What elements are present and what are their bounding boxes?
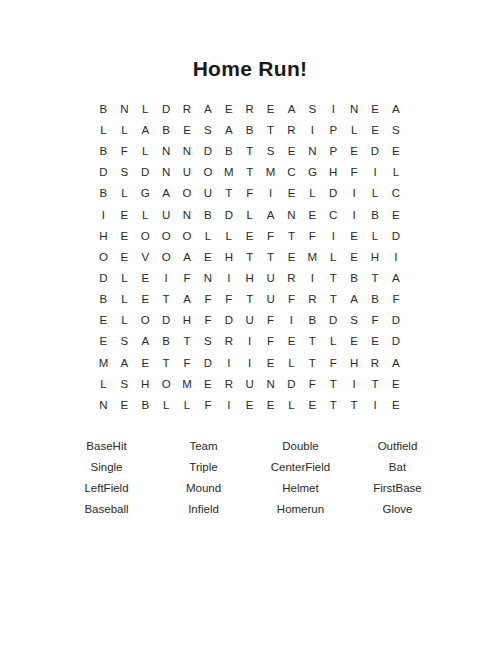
grid-cell-r14c1[interactable]: L (93, 374, 114, 395)
grid-cell-r7c6[interactable]: L (197, 226, 218, 247)
grid-cell-r9c11[interactable]: I (302, 268, 323, 289)
grid-cell-r11c9[interactable]: F (260, 310, 281, 331)
grid-cell-r3c6[interactable]: D (197, 141, 218, 162)
grid-cell-r14c13[interactable]: I (344, 374, 365, 395)
grid-cell-r4c9[interactable]: M (260, 162, 281, 183)
grid-cell-r2c15[interactable]: S (385, 120, 406, 141)
grid-cell-r7c15[interactable]: D (385, 226, 406, 247)
grid-cell-r9c5[interactable]: F (177, 268, 198, 289)
grid-cell-r2c9[interactable]: T (260, 120, 281, 141)
grid-cell-r9c14[interactable]: T (365, 268, 386, 289)
grid-cell-r9c7[interactable]: I (218, 268, 239, 289)
grid-cell-r4c11[interactable]: G (302, 162, 323, 183)
grid-cell-r15c1[interactable]: N (93, 395, 114, 416)
grid-cell-r10c6[interactable]: F (197, 289, 218, 310)
grid-cell-r2c8[interactable]: B (239, 120, 260, 141)
word-list: BaseHitTeamDoubleOutfieldSingleTripleCen… (58, 436, 446, 520)
grid-cell-r9c4[interactable]: I (156, 268, 177, 289)
grid-cell-r9c1[interactable]: D (93, 268, 114, 289)
grid-cell-r4c10[interactable]: C (281, 162, 302, 183)
grid-cell-r1c11[interactable]: S (302, 99, 323, 120)
grid-cell-r14c5[interactable]: M (177, 374, 198, 395)
grid-cell-r7c9[interactable]: F (260, 226, 281, 247)
grid-cell-r8c13[interactable]: E (344, 247, 365, 268)
word-list-item-single: Single (58, 457, 155, 478)
grid-cell-r8c6[interactable]: E (197, 247, 218, 268)
grid-cell-r15c11[interactable]: E (302, 395, 323, 416)
grid-cell-r4c8[interactable]: T (239, 162, 260, 183)
grid-cell-r5c14[interactable]: L (365, 184, 386, 205)
word-list-item-bat: Bat (349, 457, 446, 478)
grid-cell-r4c12[interactable]: H (323, 162, 344, 183)
word-list-item-basehit: BaseHit (58, 436, 155, 457)
grid-cell-r3c4[interactable]: N (156, 141, 177, 162)
grid-cell-r14c14[interactable]: T (365, 374, 386, 395)
grid-cell-r1c6[interactable]: A (197, 99, 218, 120)
grid-cell-r14c10[interactable]: D (281, 374, 302, 395)
grid-cell-r6c10[interactable]: N (281, 205, 302, 226)
grid-cell-r8c1[interactable]: O (93, 247, 114, 268)
grid-cell-r10c7[interactable]: F (218, 289, 239, 310)
grid-cell-r5c5[interactable]: O (177, 184, 198, 205)
grid-cell-r14c9[interactable]: N (260, 374, 281, 395)
grid-cell-r1c8[interactable]: R (239, 99, 260, 120)
grid-cell-r11c4[interactable]: D (156, 310, 177, 331)
grid-cell-r2c6[interactable]: S (197, 120, 218, 141)
grid-cell-r14c6[interactable]: E (197, 374, 218, 395)
grid-cell-r10c3[interactable]: E (135, 289, 156, 310)
grid-cell-r6c8[interactable]: L (239, 205, 260, 226)
grid-cell-r13c1[interactable]: M (93, 353, 114, 374)
grid-cell-r8c9[interactable]: T (260, 247, 281, 268)
grid-cell-r4c7[interactable]: M (218, 162, 239, 183)
grid-cell-r15c10[interactable]: L (281, 395, 302, 416)
grid-cell-r6c6[interactable]: B (197, 205, 218, 226)
grid-cell-r9c9[interactable]: U (260, 268, 281, 289)
grid-cell-r1c14[interactable]: E (365, 99, 386, 120)
grid-cell-r14c11[interactable]: F (302, 374, 323, 395)
grid-cell-r1c5[interactable]: R (177, 99, 198, 120)
grid-cell-r3c15[interactable]: E (385, 141, 406, 162)
grid-cell-r9c2[interactable]: L (114, 268, 135, 289)
grid-cell-r1c1[interactable]: B (93, 99, 114, 120)
grid-cell-r14c2[interactable]: S (114, 374, 135, 395)
grid-cell-r12c10[interactable]: E (281, 332, 302, 353)
grid-cell-r2c1[interactable]: L (93, 120, 114, 141)
grid-cell-r6c7[interactable]: D (218, 205, 239, 226)
grid-cell-r11c15[interactable]: D (385, 310, 406, 331)
grid-cell-r5c10[interactable]: E (281, 184, 302, 205)
grid-cell-r14c4[interactable]: O (156, 374, 177, 395)
grid-cell-r3c1[interactable]: B (93, 141, 114, 162)
grid-cell-r9c15[interactable]: A (385, 268, 406, 289)
grid-cell-r13c9[interactable]: E (260, 353, 281, 374)
grid-cell-r12c12[interactable]: L (323, 332, 344, 353)
grid-cell-r7c7[interactable]: L (218, 226, 239, 247)
grid-cell-r9c12[interactable]: T (323, 268, 344, 289)
grid-cell-r13c5[interactable]: F (177, 353, 198, 374)
grid-cell-r11c5[interactable]: H (177, 310, 198, 331)
grid-cell-r11c11[interactable]: B (302, 310, 323, 331)
grid-cell-r9c8[interactable]: H (239, 268, 260, 289)
grid-cell-r2c14[interactable]: E (365, 120, 386, 141)
grid-cell-r5c3[interactable]: G (135, 184, 156, 205)
grid-cell-r10c12[interactable]: T (323, 289, 344, 310)
grid-cell-r10c9[interactable]: U (260, 289, 281, 310)
grid-cell-r13c15[interactable]: A (385, 353, 406, 374)
grid-cell-r3c8[interactable]: T (239, 141, 260, 162)
grid-cell-r4c1[interactable]: D (93, 162, 114, 183)
grid-cell-r4c14[interactable]: I (365, 162, 386, 183)
grid-cell-r15c4[interactable]: L (156, 395, 177, 416)
grid-cell-r5c9[interactable]: I (260, 184, 281, 205)
grid-cell-r12c9[interactable]: F (260, 332, 281, 353)
grid-cell-r15c15[interactable]: E (385, 395, 406, 416)
grid-cell-r13c4[interactable]: T (156, 353, 177, 374)
grid-cell-r4c2[interactable]: S (114, 162, 135, 183)
grid-cell-r2c5[interactable]: E (177, 120, 198, 141)
grid-cell-r13c8[interactable]: I (239, 353, 260, 374)
grid-cell-r3c10[interactable]: E (281, 141, 302, 162)
grid-cell-r7c14[interactable]: L (365, 226, 386, 247)
grid-cell-r12c14[interactable]: E (365, 332, 386, 353)
grid-cell-r4c6[interactable]: O (197, 162, 218, 183)
grid-cell-r11c1[interactable]: E (93, 310, 114, 331)
grid-cell-r5c6[interactable]: U (197, 184, 218, 205)
grid-cell-r8c15[interactable]: I (385, 247, 406, 268)
grid-cell-r6c1[interactable]: I (93, 205, 114, 226)
grid-cell-r11c13[interactable]: S (344, 310, 365, 331)
grid-cell-r10c4[interactable]: T (156, 289, 177, 310)
grid-cell-r1c12[interactable]: I (323, 99, 344, 120)
grid-cell-r6c3[interactable]: L (135, 205, 156, 226)
grid-cell-r2c3[interactable]: A (135, 120, 156, 141)
word-list-item-team: Team (155, 436, 252, 457)
grid-cell-r4c5[interactable]: U (177, 162, 198, 183)
grid-cell-r5c15[interactable]: C (385, 184, 406, 205)
grid-cell-r7c11[interactable]: F (302, 226, 323, 247)
grid-cell-r13c14[interactable]: R (365, 353, 386, 374)
grid-cell-r11c12[interactable]: D (323, 310, 344, 331)
grid-cell-r12c2[interactable]: S (114, 332, 135, 353)
grid-cell-r9c6[interactable]: N (197, 268, 218, 289)
grid-cell-r15c6[interactable]: F (197, 395, 218, 416)
letter-grid: BNLDRAEREASINEALLABESABTRIPLESBFLNNDBTSE… (93, 99, 406, 416)
grid-cell-r13c12[interactable]: F (323, 353, 344, 374)
grid-cell-r15c12[interactable]: T (323, 395, 344, 416)
grid-cell-r12c11[interactable]: T (302, 332, 323, 353)
grid-cell-r8c12[interactable]: L (323, 247, 344, 268)
grid-cell-r7c2[interactable]: E (114, 226, 135, 247)
grid-cell-r13c2[interactable]: A (114, 353, 135, 374)
grid-cell-r12c6[interactable]: S (197, 332, 218, 353)
grid-cell-r15c8[interactable]: E (239, 395, 260, 416)
grid-cell-r3c12[interactable]: P (323, 141, 344, 162)
grid-cell-r12c4[interactable]: B (156, 332, 177, 353)
grid-cell-r10c8[interactable]: T (239, 289, 260, 310)
grid-cell-r6c15[interactable]: E (385, 205, 406, 226)
grid-cell-r8c5[interactable]: A (177, 247, 198, 268)
puzzle-title: Home Run! (0, 57, 500, 81)
grid-cell-r5c2[interactable]: L (114, 184, 135, 205)
grid-cell-r3c11[interactable]: N (302, 141, 323, 162)
grid-cell-r7c8[interactable]: E (239, 226, 260, 247)
grid-cell-r5c8[interactable]: F (239, 184, 260, 205)
grid-cell-r14c15[interactable]: E (385, 374, 406, 395)
word-list-item-leftfield: LeftField (58, 478, 155, 499)
grid-cell-r4c4[interactable]: N (156, 162, 177, 183)
word-list-item-homerun: Homerun (252, 499, 349, 520)
grid-cell-r2c7[interactable]: A (218, 120, 239, 141)
grid-cell-r8c10[interactable]: E (281, 247, 302, 268)
grid-cell-r3c3[interactable]: L (135, 141, 156, 162)
grid-cell-r6c14[interactable]: B (365, 205, 386, 226)
grid-cell-r13c6[interactable]: D (197, 353, 218, 374)
grid-cell-r6c5[interactable]: N (177, 205, 198, 226)
grid-cell-r1c3[interactable]: L (135, 99, 156, 120)
word-list-item-centerfield: CenterField (252, 457, 349, 478)
grid-cell-r7c4[interactable]: O (156, 226, 177, 247)
grid-cell-r6c12[interactable]: C (323, 205, 344, 226)
grid-cell-r8c2[interactable]: E (114, 247, 135, 268)
grid-cell-r8c3[interactable]: V (135, 247, 156, 268)
grid-cell-r1c7[interactable]: E (218, 99, 239, 120)
grid-cell-r2c11[interactable]: I (302, 120, 323, 141)
grid-cell-r12c15[interactable]: D (385, 332, 406, 353)
grid-cell-r7c10[interactable]: T (281, 226, 302, 247)
grid-cell-r1c2[interactable]: N (114, 99, 135, 120)
grid-cell-r8c4[interactable]: O (156, 247, 177, 268)
grid-cell-r11c3[interactable]: O (135, 310, 156, 331)
grid-cell-r13c3[interactable]: E (135, 353, 156, 374)
grid-cell-r2c10[interactable]: R (281, 120, 302, 141)
grid-cell-r15c7[interactable]: I (218, 395, 239, 416)
grid-cell-r8c8[interactable]: T (239, 247, 260, 268)
grid-cell-r3c5[interactable]: N (177, 141, 198, 162)
word-list-item-mound: Mound (155, 478, 252, 499)
grid-cell-r5c4[interactable]: A (156, 184, 177, 205)
grid-cell-r11c14[interactable]: F (365, 310, 386, 331)
grid-cell-r6c13[interactable]: I (344, 205, 365, 226)
word-list-item-firstbase: FirstBase (349, 478, 446, 499)
grid-cell-r12c13[interactable]: E (344, 332, 365, 353)
grid-cell-r9c13[interactable]: B (344, 268, 365, 289)
grid-cell-r14c3[interactable]: H (135, 374, 156, 395)
grid-cell-r7c5[interactable]: O (177, 226, 198, 247)
grid-cell-r9c10[interactable]: R (281, 268, 302, 289)
grid-cell-r15c9[interactable]: E (260, 395, 281, 416)
grid-cell-r1c13[interactable]: N (344, 99, 365, 120)
grid-cell-r4c13[interactable]: F (344, 162, 365, 183)
word-list-item-baseball: Baseball (58, 499, 155, 520)
word-list-item-infield: Infield (155, 499, 252, 520)
grid-cell-r12c8[interactable]: I (239, 332, 260, 353)
grid-cell-r5c7[interactable]: T (218, 184, 239, 205)
grid-cell-r10c13[interactable]: A (344, 289, 365, 310)
grid-cell-r14c12[interactable]: T (323, 374, 344, 395)
grid-cell-r7c1[interactable]: H (93, 226, 114, 247)
grid-cell-r15c3[interactable]: B (135, 395, 156, 416)
grid-cell-r7c12[interactable]: I (323, 226, 344, 247)
grid-cell-r2c12[interactable]: P (323, 120, 344, 141)
grid-cell-r4c3[interactable]: D (135, 162, 156, 183)
grid-cell-r7c3[interactable]: O (135, 226, 156, 247)
grid-cell-r11c8[interactable]: U (239, 310, 260, 331)
grid-cell-r10c11[interactable]: R (302, 289, 323, 310)
grid-cell-r13c7[interactable]: I (218, 353, 239, 374)
grid-cell-r13c11[interactable]: T (302, 353, 323, 374)
grid-cell-r3c7[interactable]: B (218, 141, 239, 162)
grid-cell-r13c13[interactable]: H (344, 353, 365, 374)
grid-cell-r12c1[interactable]: E (93, 332, 114, 353)
grid-cell-r12c3[interactable]: A (135, 332, 156, 353)
word-list-item-glove: Glove (349, 499, 446, 520)
grid-cell-r15c5[interactable]: L (177, 395, 198, 416)
word-list-item-outfield: Outfield (349, 436, 446, 457)
grid-cell-r6c9[interactable]: A (260, 205, 281, 226)
grid-cell-r10c14[interactable]: B (365, 289, 386, 310)
grid-cell-r8c14[interactable]: H (365, 247, 386, 268)
grid-cell-r6c4[interactable]: U (156, 205, 177, 226)
grid-cell-r6c2[interactable]: E (114, 205, 135, 226)
grid-cell-r15c13[interactable]: T (344, 395, 365, 416)
grid-cell-r1c4[interactable]: D (156, 99, 177, 120)
grid-cell-r15c14[interactable]: I (365, 395, 386, 416)
grid-cell-r2c2[interactable]: L (114, 120, 135, 141)
grid-cell-r5c1[interactable]: B (93, 184, 114, 205)
grid-cell-r12c7[interactable]: R (218, 332, 239, 353)
grid-cell-r13c10[interactable]: L (281, 353, 302, 374)
grid-cell-r14c8[interactable]: U (239, 374, 260, 395)
grid-cell-r1c15[interactable]: A (385, 99, 406, 120)
grid-cell-r2c13[interactable]: L (344, 120, 365, 141)
word-list-item-helmet: Helmet (252, 478, 349, 499)
grid-cell-r2c4[interactable]: B (156, 120, 177, 141)
grid-cell-r8c7[interactable]: H (218, 247, 239, 268)
grid-cell-r3c9[interactable]: S (260, 141, 281, 162)
grid-cell-r10c15[interactable]: F (385, 289, 406, 310)
grid-cell-r14c7[interactable]: R (218, 374, 239, 395)
grid-cell-r7c13[interactable]: E (344, 226, 365, 247)
grid-cell-r10c1[interactable]: B (93, 289, 114, 310)
word-list-item-triple: Triple (155, 457, 252, 478)
grid-cell-r12c5[interactable]: T (177, 332, 198, 353)
grid-cell-r5c11[interactable]: L (302, 184, 323, 205)
grid-cell-r3c14[interactable]: D (365, 141, 386, 162)
grid-cell-r3c2[interactable]: F (114, 141, 135, 162)
grid-cell-r4c15[interactable]: L (385, 162, 406, 183)
grid-cell-r11c7[interactable]: D (218, 310, 239, 331)
grid-cell-r1c10[interactable]: A (281, 99, 302, 120)
grid-cell-r8c11[interactable]: M (302, 247, 323, 268)
grid-cell-r1c9[interactable]: E (260, 99, 281, 120)
grid-cell-r6c11[interactable]: E (302, 205, 323, 226)
grid-cell-r10c5[interactable]: A (177, 289, 198, 310)
grid-cell-r10c10[interactable]: F (281, 289, 302, 310)
grid-cell-r11c10[interactable]: I (281, 310, 302, 331)
grid-cell-r5c13[interactable]: I (344, 184, 365, 205)
word-list-item-double: Double (252, 436, 349, 457)
grid-cell-r10c2[interactable]: L (114, 289, 135, 310)
grid-cell-r9c3[interactable]: E (135, 268, 156, 289)
grid-cell-r3c13[interactable]: E (344, 141, 365, 162)
grid-cell-r15c2[interactable]: E (114, 395, 135, 416)
grid-cell-r11c6[interactable]: F (197, 310, 218, 331)
grid-cell-r11c2[interactable]: L (114, 310, 135, 331)
grid-cell-r5c12[interactable]: D (323, 184, 344, 205)
